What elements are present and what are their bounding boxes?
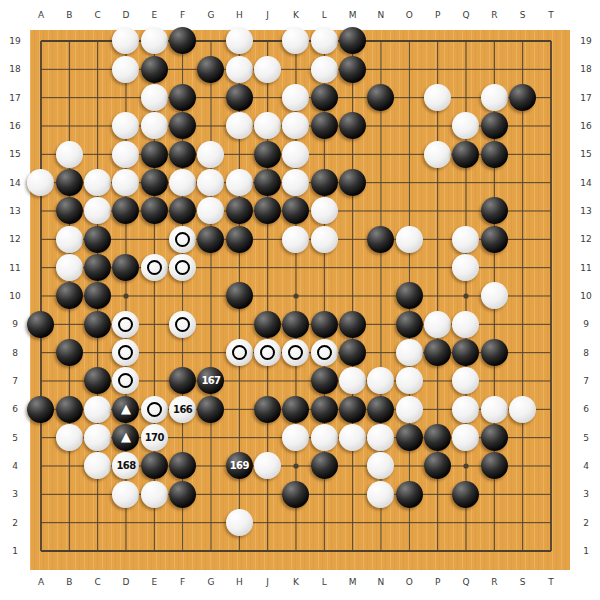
intersection[interactable] xyxy=(310,140,338,168)
intersection[interactable] xyxy=(310,168,338,196)
intersection[interactable] xyxy=(168,140,196,168)
intersection[interactable] xyxy=(367,253,395,281)
intersection[interactable] xyxy=(225,197,253,225)
intersection[interactable] xyxy=(452,423,480,451)
intersection[interactable] xyxy=(310,27,338,55)
intersection[interactable] xyxy=(225,282,253,310)
intersection[interactable] xyxy=(452,310,480,338)
intersection[interactable] xyxy=(423,480,451,508)
intersection[interactable] xyxy=(395,423,423,451)
intersection[interactable] xyxy=(55,197,83,225)
intersection[interactable] xyxy=(480,508,508,536)
intersection[interactable] xyxy=(83,282,111,310)
intersection[interactable] xyxy=(508,225,536,253)
intersection[interactable] xyxy=(83,508,111,536)
intersection[interactable] xyxy=(27,253,55,281)
intersection[interactable] xyxy=(338,83,366,111)
intersection[interactable] xyxy=(395,367,423,395)
intersection[interactable] xyxy=(83,253,111,281)
intersection[interactable] xyxy=(197,537,225,565)
intersection[interactable] xyxy=(367,197,395,225)
intersection[interactable] xyxy=(27,310,55,338)
intersection[interactable] xyxy=(282,310,310,338)
intersection[interactable] xyxy=(197,338,225,366)
intersection[interactable] xyxy=(197,112,225,140)
intersection[interactable] xyxy=(197,83,225,111)
intersection[interactable] xyxy=(112,508,140,536)
intersection[interactable] xyxy=(55,338,83,366)
intersection[interactable] xyxy=(338,112,366,140)
intersection[interactable] xyxy=(55,282,83,310)
intersection[interactable] xyxy=(282,282,310,310)
intersection[interactable] xyxy=(168,537,196,565)
intersection[interactable] xyxy=(282,225,310,253)
intersection[interactable] xyxy=(395,395,423,423)
intersection[interactable] xyxy=(225,83,253,111)
intersection[interactable] xyxy=(310,395,338,423)
intersection[interactable] xyxy=(55,253,83,281)
intersection[interactable] xyxy=(27,367,55,395)
intersection[interactable] xyxy=(310,83,338,111)
intersection[interactable] xyxy=(83,55,111,83)
intersection[interactable] xyxy=(27,55,55,83)
intersection[interactable] xyxy=(395,253,423,281)
intersection[interactable] xyxy=(537,452,565,480)
intersection[interactable] xyxy=(197,310,225,338)
intersection[interactable] xyxy=(168,423,196,451)
intersection[interactable] xyxy=(537,140,565,168)
intersection[interactable] xyxy=(197,452,225,480)
intersection[interactable] xyxy=(310,452,338,480)
intersection[interactable] xyxy=(338,282,366,310)
intersection[interactable] xyxy=(27,508,55,536)
intersection[interactable] xyxy=(310,282,338,310)
intersection[interactable] xyxy=(508,83,536,111)
intersection[interactable] xyxy=(508,452,536,480)
intersection[interactable] xyxy=(395,197,423,225)
intersection[interactable] xyxy=(310,367,338,395)
intersection[interactable] xyxy=(225,27,253,55)
intersection[interactable] xyxy=(55,140,83,168)
intersection[interactable] xyxy=(537,537,565,565)
intersection[interactable] xyxy=(83,112,111,140)
intersection[interactable] xyxy=(197,197,225,225)
intersection[interactable] xyxy=(537,338,565,366)
intersection[interactable] xyxy=(112,480,140,508)
intersection[interactable] xyxy=(168,55,196,83)
intersection[interactable] xyxy=(140,112,168,140)
intersection[interactable] xyxy=(537,480,565,508)
intersection[interactable] xyxy=(27,395,55,423)
intersection[interactable] xyxy=(310,480,338,508)
intersection[interactable] xyxy=(55,112,83,140)
intersection[interactable] xyxy=(367,225,395,253)
intersection[interactable] xyxy=(253,140,281,168)
intersection[interactable] xyxy=(508,27,536,55)
intersection[interactable] xyxy=(452,168,480,196)
intersection[interactable] xyxy=(452,282,480,310)
intersection[interactable] xyxy=(537,367,565,395)
intersection[interactable] xyxy=(395,112,423,140)
intersection[interactable] xyxy=(253,367,281,395)
intersection[interactable] xyxy=(168,197,196,225)
intersection[interactable] xyxy=(508,423,536,451)
intersection[interactable] xyxy=(83,395,111,423)
intersection[interactable] xyxy=(197,225,225,253)
intersection[interactable] xyxy=(310,508,338,536)
intersection[interactable] xyxy=(140,168,168,196)
intersection[interactable] xyxy=(112,55,140,83)
intersection[interactable] xyxy=(452,452,480,480)
intersection[interactable]: 167 xyxy=(197,367,225,395)
intersection[interactable] xyxy=(367,367,395,395)
intersection[interactable] xyxy=(508,253,536,281)
intersection[interactable] xyxy=(197,140,225,168)
intersection[interactable] xyxy=(367,423,395,451)
intersection[interactable] xyxy=(338,367,366,395)
intersection[interactable] xyxy=(282,452,310,480)
intersection[interactable] xyxy=(480,423,508,451)
intersection[interactable] xyxy=(480,27,508,55)
intersection[interactable] xyxy=(480,112,508,140)
intersection[interactable] xyxy=(480,395,508,423)
intersection[interactable] xyxy=(55,395,83,423)
intersection[interactable] xyxy=(55,480,83,508)
intersection[interactable] xyxy=(55,310,83,338)
intersection[interactable] xyxy=(168,253,196,281)
intersection[interactable] xyxy=(395,225,423,253)
intersection[interactable] xyxy=(338,480,366,508)
intersection[interactable] xyxy=(452,140,480,168)
intersection[interactable] xyxy=(508,140,536,168)
intersection[interactable] xyxy=(480,225,508,253)
intersection[interactable] xyxy=(27,338,55,366)
intersection[interactable] xyxy=(367,452,395,480)
intersection[interactable] xyxy=(423,395,451,423)
intersection[interactable] xyxy=(423,140,451,168)
intersection[interactable] xyxy=(395,27,423,55)
intersection[interactable] xyxy=(112,27,140,55)
intersection[interactable] xyxy=(480,282,508,310)
intersection[interactable] xyxy=(225,225,253,253)
intersection[interactable] xyxy=(480,140,508,168)
intersection[interactable] xyxy=(253,310,281,338)
intersection[interactable] xyxy=(423,452,451,480)
intersection[interactable] xyxy=(282,27,310,55)
intersection[interactable] xyxy=(282,508,310,536)
intersection[interactable] xyxy=(367,55,395,83)
intersection[interactable] xyxy=(338,27,366,55)
intersection[interactable] xyxy=(395,140,423,168)
intersection[interactable] xyxy=(27,83,55,111)
intersection[interactable] xyxy=(310,253,338,281)
intersection[interactable] xyxy=(480,197,508,225)
intersection[interactable] xyxy=(452,112,480,140)
intersection[interactable] xyxy=(140,395,168,423)
intersection[interactable] xyxy=(508,112,536,140)
intersection[interactable] xyxy=(140,253,168,281)
intersection[interactable] xyxy=(367,480,395,508)
intersection[interactable] xyxy=(27,197,55,225)
intersection[interactable] xyxy=(508,55,536,83)
intersection[interactable] xyxy=(282,140,310,168)
intersection[interactable] xyxy=(480,452,508,480)
intersection[interactable] xyxy=(225,338,253,366)
intersection[interactable] xyxy=(310,55,338,83)
intersection[interactable] xyxy=(395,338,423,366)
intersection[interactable] xyxy=(197,395,225,423)
intersection[interactable] xyxy=(197,168,225,196)
intersection[interactable] xyxy=(537,225,565,253)
intersection[interactable] xyxy=(83,338,111,366)
intersection[interactable] xyxy=(537,112,565,140)
intersection[interactable] xyxy=(310,537,338,565)
intersection[interactable] xyxy=(423,338,451,366)
intersection[interactable] xyxy=(253,508,281,536)
intersection[interactable] xyxy=(83,140,111,168)
intersection[interactable] xyxy=(140,310,168,338)
intersection[interactable] xyxy=(168,168,196,196)
intersection[interactable] xyxy=(480,55,508,83)
intersection[interactable] xyxy=(225,480,253,508)
intersection[interactable] xyxy=(140,508,168,536)
intersection[interactable] xyxy=(83,197,111,225)
intersection[interactable] xyxy=(112,83,140,111)
intersection[interactable] xyxy=(83,423,111,451)
intersection[interactable] xyxy=(253,338,281,366)
intersection[interactable] xyxy=(537,197,565,225)
intersection[interactable] xyxy=(112,253,140,281)
intersection[interactable] xyxy=(140,83,168,111)
intersection[interactable] xyxy=(338,452,366,480)
intersection[interactable] xyxy=(55,537,83,565)
intersection[interactable] xyxy=(112,225,140,253)
intersection[interactable] xyxy=(367,282,395,310)
intersection[interactable] xyxy=(197,480,225,508)
intersection[interactable] xyxy=(537,83,565,111)
intersection[interactable] xyxy=(452,27,480,55)
intersection[interactable] xyxy=(253,168,281,196)
intersection[interactable] xyxy=(423,423,451,451)
intersection[interactable] xyxy=(225,537,253,565)
intersection[interactable] xyxy=(197,55,225,83)
intersection[interactable] xyxy=(367,140,395,168)
intersection[interactable] xyxy=(338,310,366,338)
intersection[interactable] xyxy=(140,480,168,508)
intersection[interactable] xyxy=(338,395,366,423)
intersection[interactable] xyxy=(140,537,168,565)
intersection[interactable] xyxy=(367,310,395,338)
intersection[interactable] xyxy=(112,367,140,395)
intersection[interactable] xyxy=(225,55,253,83)
intersection[interactable] xyxy=(253,27,281,55)
intersection[interactable] xyxy=(27,112,55,140)
intersection[interactable] xyxy=(282,253,310,281)
intersection[interactable] xyxy=(480,338,508,366)
intersection[interactable] xyxy=(480,480,508,508)
intersection[interactable] xyxy=(282,55,310,83)
intersection[interactable] xyxy=(282,197,310,225)
intersection[interactable] xyxy=(55,168,83,196)
intersection[interactable] xyxy=(395,55,423,83)
intersection[interactable] xyxy=(140,282,168,310)
intersection[interactable] xyxy=(508,310,536,338)
intersection[interactable] xyxy=(55,27,83,55)
intersection[interactable] xyxy=(140,27,168,55)
intersection[interactable] xyxy=(310,112,338,140)
intersection[interactable] xyxy=(55,423,83,451)
intersection[interactable] xyxy=(395,168,423,196)
intersection[interactable] xyxy=(395,537,423,565)
intersection[interactable] xyxy=(55,452,83,480)
intersection[interactable] xyxy=(140,225,168,253)
intersection[interactable] xyxy=(395,480,423,508)
intersection[interactable] xyxy=(112,168,140,196)
intersection[interactable] xyxy=(338,253,366,281)
intersection[interactable] xyxy=(452,55,480,83)
intersection[interactable] xyxy=(480,83,508,111)
intersection[interactable] xyxy=(140,338,168,366)
intersection[interactable] xyxy=(452,197,480,225)
intersection[interactable] xyxy=(508,338,536,366)
intersection[interactable]: ▲ xyxy=(112,423,140,451)
intersection[interactable] xyxy=(83,310,111,338)
intersection[interactable] xyxy=(480,253,508,281)
intersection[interactable] xyxy=(452,225,480,253)
intersection[interactable] xyxy=(423,537,451,565)
intersection[interactable] xyxy=(310,197,338,225)
intersection[interactable] xyxy=(112,537,140,565)
intersection[interactable] xyxy=(395,452,423,480)
intersection[interactable] xyxy=(168,83,196,111)
intersection[interactable] xyxy=(112,338,140,366)
intersection[interactable] xyxy=(253,83,281,111)
intersection[interactable]: ▲ xyxy=(112,395,140,423)
intersection[interactable] xyxy=(423,367,451,395)
intersection[interactable] xyxy=(225,253,253,281)
intersection[interactable] xyxy=(310,338,338,366)
intersection[interactable] xyxy=(83,27,111,55)
intersection[interactable] xyxy=(253,452,281,480)
intersection[interactable] xyxy=(423,168,451,196)
intersection[interactable] xyxy=(338,55,366,83)
intersection[interactable] xyxy=(83,537,111,565)
intersection[interactable] xyxy=(27,225,55,253)
intersection[interactable] xyxy=(338,423,366,451)
intersection[interactable] xyxy=(225,112,253,140)
intersection[interactable] xyxy=(423,27,451,55)
intersection[interactable] xyxy=(27,27,55,55)
intersection[interactable] xyxy=(480,537,508,565)
intersection[interactable] xyxy=(112,282,140,310)
intersection[interactable] xyxy=(452,480,480,508)
intersection[interactable] xyxy=(338,537,366,565)
intersection[interactable] xyxy=(225,168,253,196)
intersection[interactable] xyxy=(168,310,196,338)
intersection[interactable] xyxy=(423,253,451,281)
intersection[interactable] xyxy=(253,253,281,281)
intersection[interactable] xyxy=(282,112,310,140)
intersection[interactable] xyxy=(225,395,253,423)
intersection[interactable] xyxy=(225,367,253,395)
intersection[interactable] xyxy=(112,140,140,168)
intersection[interactable]: 169 xyxy=(225,452,253,480)
intersection[interactable] xyxy=(225,140,253,168)
intersection[interactable] xyxy=(452,508,480,536)
intersection[interactable] xyxy=(452,395,480,423)
intersection[interactable] xyxy=(395,508,423,536)
intersection[interactable] xyxy=(537,253,565,281)
intersection[interactable] xyxy=(338,197,366,225)
intersection[interactable] xyxy=(168,480,196,508)
intersection[interactable] xyxy=(253,480,281,508)
intersection[interactable] xyxy=(112,112,140,140)
intersection[interactable] xyxy=(27,452,55,480)
intersection[interactable] xyxy=(367,168,395,196)
intersection[interactable] xyxy=(55,225,83,253)
intersection[interactable] xyxy=(168,338,196,366)
intersection[interactable] xyxy=(197,253,225,281)
intersection[interactable] xyxy=(168,27,196,55)
intersection[interactable] xyxy=(282,338,310,366)
intersection[interactable] xyxy=(27,537,55,565)
intersection[interactable] xyxy=(338,338,366,366)
intersection[interactable] xyxy=(508,168,536,196)
intersection[interactable] xyxy=(338,168,366,196)
intersection[interactable] xyxy=(452,537,480,565)
intersection[interactable] xyxy=(367,112,395,140)
intersection[interactable] xyxy=(338,508,366,536)
intersection[interactable] xyxy=(480,310,508,338)
intersection[interactable] xyxy=(537,168,565,196)
intersection[interactable] xyxy=(27,480,55,508)
intersection[interactable] xyxy=(253,225,281,253)
intersection[interactable] xyxy=(168,508,196,536)
intersection[interactable] xyxy=(452,83,480,111)
intersection[interactable] xyxy=(83,480,111,508)
intersection[interactable] xyxy=(197,282,225,310)
intersection[interactable] xyxy=(253,197,281,225)
intersection[interactable] xyxy=(253,537,281,565)
intersection[interactable] xyxy=(537,310,565,338)
intersection[interactable] xyxy=(27,282,55,310)
intersection[interactable] xyxy=(367,27,395,55)
intersection[interactable] xyxy=(27,140,55,168)
intersection[interactable] xyxy=(423,310,451,338)
intersection[interactable] xyxy=(112,310,140,338)
intersection[interactable] xyxy=(253,282,281,310)
intersection[interactable] xyxy=(55,367,83,395)
intersection[interactable] xyxy=(282,367,310,395)
intersection[interactable] xyxy=(140,367,168,395)
intersection[interactable] xyxy=(452,253,480,281)
intersection[interactable] xyxy=(168,282,196,310)
intersection[interactable] xyxy=(423,112,451,140)
intersection[interactable] xyxy=(423,282,451,310)
intersection[interactable] xyxy=(508,537,536,565)
intersection[interactable] xyxy=(225,508,253,536)
intersection[interactable] xyxy=(537,27,565,55)
intersection[interactable] xyxy=(168,452,196,480)
intersection[interactable] xyxy=(83,168,111,196)
intersection[interactable] xyxy=(508,197,536,225)
intersection[interactable] xyxy=(282,423,310,451)
intersection[interactable] xyxy=(367,83,395,111)
intersection[interactable] xyxy=(168,225,196,253)
intersection[interactable] xyxy=(423,197,451,225)
intersection[interactable] xyxy=(452,338,480,366)
intersection[interactable] xyxy=(310,423,338,451)
